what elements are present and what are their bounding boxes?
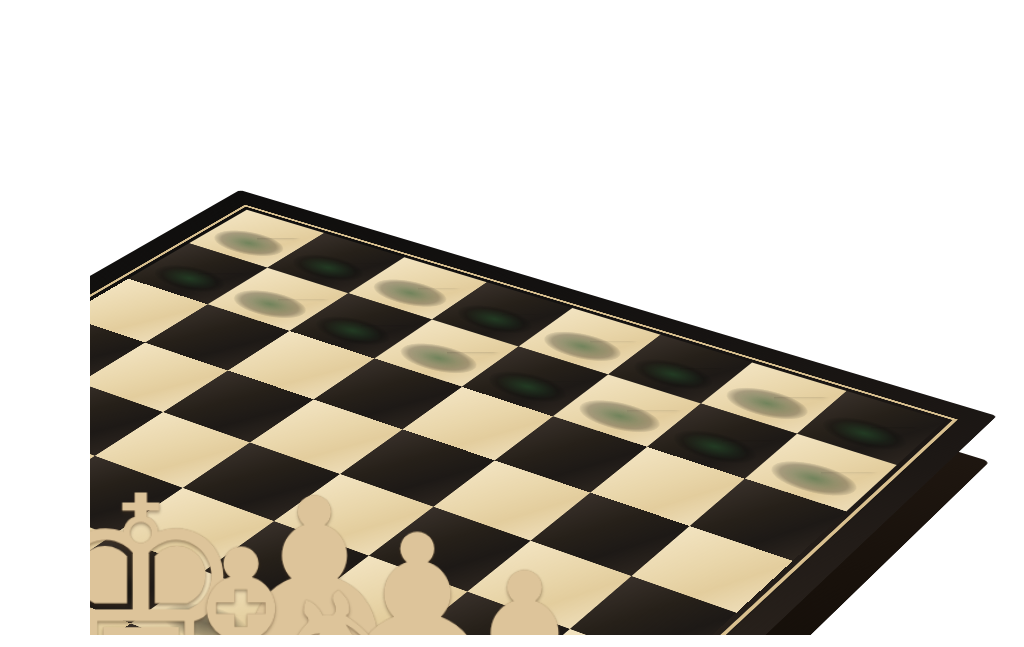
- chess-board: ♜♞♝♛♚♝♞♜♟♟♟♟♟♟♟♟♟♟♟♟♟♟♟♟♜♞♝♛♚♝♞♜: [0, 190, 997, 647]
- bishop-glyph: ♝: [600, 212, 762, 392]
- knight-glyph: ♞: [694, 243, 853, 421]
- knight-glyph: ♞: [263, 120, 409, 283]
- product-photo-stage: ♜♞♝♛♚♝♞♜♟♟♟♟♟♟♟♟♟♟♟♟♟♟♟♟♜♞♝♛♚♝♞♜: [0, 0, 1024, 647]
- queen-glyph: ♛: [419, 152, 586, 338]
- photo-left-margin: [0, 0, 90, 647]
- board-scene: ♜♞♝♛♚♝♞♜♟♟♟♟♟♟♟♟♟♟♟♟♟♟♟♟♜♞♝♛♚♝♞♜: [0, 0, 1024, 647]
- photo-bottom-margin: [0, 635, 1024, 647]
- rook-glyph: ♜: [193, 115, 320, 257]
